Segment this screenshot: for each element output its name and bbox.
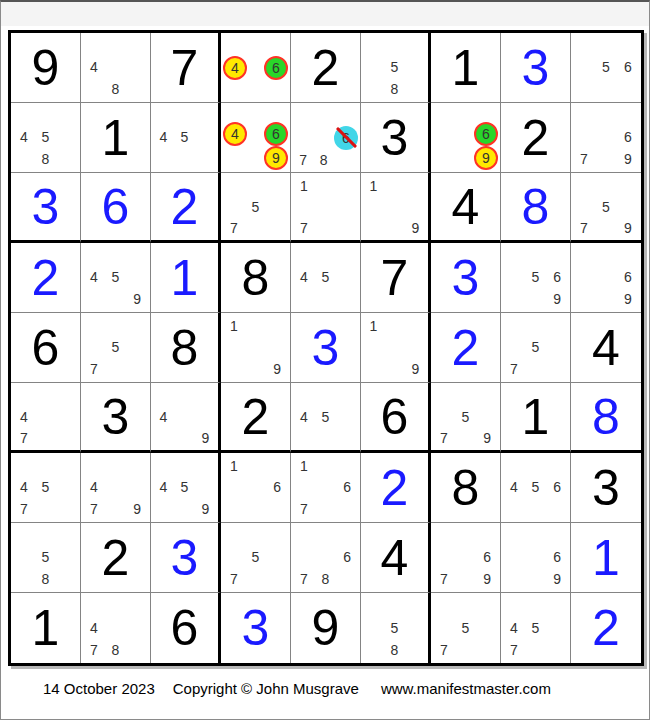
candidate-slot-9: 9 [474, 146, 498, 170]
candidate-slot-5: 5 [384, 57, 405, 79]
candidate-slot-7: 7 [223, 568, 245, 590]
cell-value: 6 [361, 383, 428, 450]
cell-r1c6[interactable]: 58 [361, 33, 431, 103]
candidate-slot-6: 6 [336, 477, 358, 499]
cell-r8c9[interactable]: 1 [571, 523, 641, 593]
candidate-grid: 469 [221, 103, 290, 172]
candidate-9: 9 [412, 220, 420, 236]
cell-value: 8 [431, 453, 500, 522]
sudoku-grid: 9487462581356458145469678369267936257171… [8, 30, 644, 666]
cell-r5c8[interactable]: 57 [501, 313, 571, 383]
cell-r8c2[interactable]: 2 [81, 523, 151, 593]
cell-r6c2[interactable]: 3 [81, 383, 151, 453]
candidate-grid: 678 [291, 523, 360, 592]
candidate-slot-5: 5 [384, 617, 405, 639]
cell-r3c2[interactable]: 6 [81, 173, 151, 243]
candidate-5: 5 [462, 620, 470, 636]
candidate-1: 1 [230, 458, 238, 474]
candidate-5: 5 [252, 199, 260, 215]
cell-r1c3[interactable]: 7 [151, 33, 221, 103]
candidate-slot-4: 4 [13, 127, 35, 149]
cell-r1c4[interactable]: 46 [221, 33, 291, 103]
cell-value: 1 [431, 33, 500, 102]
candidate-4: 4 [20, 479, 28, 495]
candidate-grid: 457 [501, 593, 570, 663]
candidate-6: 6 [624, 129, 632, 145]
cell-r8c4[interactable]: 57 [221, 523, 291, 593]
candidate-slot-4: 4 [503, 477, 525, 499]
candidate-7: 7 [90, 642, 98, 658]
candidate-slot-1: 1 [293, 175, 315, 196]
cell-value: 3 [11, 173, 80, 240]
candidate-5: 5 [42, 129, 50, 145]
cell-value: 3 [151, 523, 218, 592]
candidate-5: 5 [181, 479, 189, 495]
candidate-grid: 46 [221, 33, 290, 102]
candidate-5: 5 [532, 479, 540, 495]
candidate-6: 6 [624, 59, 632, 75]
candidate-slot-5: 5 [174, 477, 195, 499]
candidate-7: 7 [20, 430, 28, 446]
candidate-grid: 19 [361, 173, 428, 240]
cell-r4c5[interactable]: 45 [291, 243, 361, 313]
candidate-slot-7: 7 [83, 639, 105, 661]
candidate-slot-5: 5 [595, 196, 617, 217]
cell-r7c8[interactable]: 456 [501, 453, 571, 523]
candidate-slot-5: 5 [105, 337, 127, 359]
cell-r7c6[interactable]: 2 [361, 453, 431, 523]
cell-r9c2[interactable]: 478 [81, 593, 151, 663]
candidate-slot-8: 8 [35, 568, 57, 590]
candidate-slot-6: 6 [617, 57, 639, 79]
candidate-slot-1: 1 [223, 455, 245, 477]
candidate-slot-9: 9 [266, 358, 288, 380]
cell-value: 7 [151, 33, 218, 102]
candidate-slot-9: 9 [617, 217, 639, 238]
candidate-grid: 45 [291, 383, 360, 450]
candidate-7: 7 [580, 220, 588, 236]
footer-site-url: www.manifestmaster.com [381, 680, 551, 697]
cell-r9c3[interactable]: 6 [151, 593, 221, 663]
cell-value: 4 [361, 523, 428, 592]
candidate-slot-4: 4 [83, 617, 105, 639]
candidate-slot-9: 9 [476, 568, 498, 590]
candidate-slot-9: 9 [476, 427, 498, 448]
cell-r7c2[interactable]: 479 [81, 453, 151, 523]
cell-r9c7[interactable]: 57 [431, 593, 501, 663]
candidate-grid: 69 [501, 523, 570, 592]
candidate-4: 4 [90, 479, 98, 495]
candidate-9: 9 [133, 291, 141, 307]
cell-r5c5[interactable]: 3 [291, 313, 361, 383]
candidate-8: 8 [320, 152, 328, 168]
candidate-7: 7 [300, 220, 308, 236]
candidate-slot-5: 5 [315, 267, 337, 289]
candidate-slot-6: 6 [476, 547, 498, 569]
cell-r5c4[interactable]: 19 [221, 313, 291, 383]
candidate-6: 6 [343, 479, 351, 495]
cell-value: 4 [431, 173, 500, 240]
cell-r4c2[interactable]: 459 [81, 243, 151, 313]
candidate-grid: 579 [431, 383, 500, 450]
cell-r9c9[interactable]: 2 [571, 593, 641, 663]
candidate-9: 9 [482, 150, 490, 166]
candidate-slot-6: 6 [546, 477, 568, 499]
footer-copyright: Copyright © John Musgrave [173, 680, 359, 697]
candidate-grid: 48 [81, 33, 150, 102]
candidate-slot-1: 1 [363, 315, 384, 337]
candidate-slot-7: 7 [13, 498, 35, 520]
candidate-1: 1 [300, 458, 308, 474]
cell-r1c5[interactable]: 2 [291, 33, 361, 103]
cell-r8c7[interactable]: 679 [431, 523, 501, 593]
cell-value: 2 [431, 313, 500, 382]
candidate-grid: 459 [151, 453, 218, 522]
candidate-grid: 57 [431, 593, 500, 663]
candidate-slot-9: 9 [405, 358, 426, 380]
candidate-slot-5: 5 [315, 406, 337, 427]
candidate-grid: 47 [11, 383, 80, 450]
candidate-slot-6: 6 [546, 547, 568, 569]
cell-r2c2[interactable]: 1 [81, 103, 151, 173]
cell-r6c5[interactable]: 45 [291, 383, 361, 453]
cell-r2c1[interactable]: 458 [11, 103, 81, 173]
candidate-9: 9 [624, 291, 632, 307]
candidate-slot-8: 8 [105, 639, 127, 661]
candidate-9: 9 [272, 150, 280, 166]
candidate-slot-7: 7 [83, 498, 105, 520]
candidate-4: 4 [160, 409, 168, 425]
cell-r4c8[interactable]: 569 [501, 243, 571, 313]
cell-r9c8[interactable]: 457 [501, 593, 571, 663]
candidate-grid: 57 [221, 523, 290, 592]
candidate-6: 6 [553, 549, 561, 565]
cell-r2c3[interactable]: 45 [151, 103, 221, 173]
cell-r6c1[interactable]: 47 [11, 383, 81, 453]
candidate-slot-4: 4 [13, 406, 35, 427]
cell-value: 8 [151, 313, 218, 382]
candidate-6: 6 [272, 60, 280, 76]
candidate-5: 5 [112, 269, 120, 285]
candidate-7: 7 [300, 501, 308, 517]
cell-value: 8 [221, 243, 290, 312]
candidate-grid: 678 [291, 103, 360, 172]
highlight-yellow-circle: 9 [264, 146, 288, 170]
cell-r6c3[interactable]: 49 [151, 383, 221, 453]
candidate-6: 6 [342, 130, 350, 146]
cell-r1c2[interactable]: 48 [81, 33, 151, 103]
candidate-4: 4 [90, 269, 98, 285]
candidate-slot-9: 9 [126, 498, 148, 520]
candidate-slot-4: 4 [153, 406, 174, 427]
candidate-slot-4: 4 [83, 57, 105, 79]
candidate-7: 7 [299, 152, 307, 168]
cell-r6c8[interactable]: 1 [501, 383, 571, 453]
candidate-7: 7 [510, 361, 518, 377]
candidate-grid: 45 [291, 243, 360, 312]
candidate-grid: 16 [221, 453, 290, 522]
candidate-slot-4: 4 [223, 122, 247, 146]
candidate-grid: 457 [11, 453, 80, 522]
cell-r2c8[interactable]: 2 [501, 103, 571, 173]
candidate-grid: 569 [501, 243, 570, 312]
candidate-slot-5: 5 [525, 337, 547, 359]
cell-value: 1 [11, 593, 80, 663]
cell-r3c5[interactable]: 17 [291, 173, 361, 243]
candidate-grid: 17 [291, 173, 360, 240]
candidate-slot-4: 4 [13, 477, 35, 499]
candidate-4: 4 [20, 409, 28, 425]
candidate-slot-8: 8 [384, 78, 405, 100]
cell-r4c1[interactable]: 2 [11, 243, 81, 313]
candidate-grid: 679 [571, 103, 641, 172]
candidate-grid: 57 [501, 313, 570, 382]
cell-r6c7[interactable]: 579 [431, 383, 501, 453]
cell-value: 9 [11, 33, 80, 102]
candidate-grid: 478 [81, 593, 150, 663]
candidate-7: 7 [90, 501, 98, 517]
cell-r3c4[interactable]: 57 [221, 173, 291, 243]
cell-r2c7[interactable]: 69 [431, 103, 501, 173]
candidate-slot-9: 9 [126, 288, 148, 310]
cell-r2c9[interactable]: 679 [571, 103, 641, 173]
cell-r4c4[interactable]: 8 [221, 243, 291, 313]
cell-value: 7 [361, 243, 428, 312]
candidate-5: 5 [391, 620, 399, 636]
cell-r6c4[interactable]: 2 [221, 383, 291, 453]
cell-value: 9 [291, 593, 360, 663]
highlight-yellow-circle: 9 [474, 146, 498, 170]
cell-r1c8[interactable]: 3 [501, 33, 571, 103]
cell-r3c7[interactable]: 4 [431, 173, 501, 243]
cell-r9c1[interactable]: 1 [11, 593, 81, 663]
cell-r3c6[interactable]: 19 [361, 173, 431, 243]
cell-value: 3 [431, 243, 500, 312]
candidate-slot-8: 8 [314, 150, 335, 171]
cell-r2c4[interactable]: 469 [221, 103, 291, 173]
candidate-slot-7: 7 [293, 217, 315, 238]
candidate-slot-6: 6 [334, 126, 358, 150]
cell-r5c2[interactable]: 57 [81, 313, 151, 383]
cell-r9c6[interactable]: 58 [361, 593, 431, 663]
candidate-6: 6 [273, 479, 281, 495]
cell-r7c9[interactable]: 3 [571, 453, 641, 523]
cell-r1c7[interactable]: 1 [431, 33, 501, 103]
candidate-slot-6: 6 [617, 127, 639, 149]
cell-r3c3[interactable]: 2 [151, 173, 221, 243]
cell-value: 2 [151, 173, 218, 240]
candidate-grid: 57 [221, 173, 290, 240]
candidate-1: 1 [370, 318, 378, 334]
candidate-slot-8: 8 [35, 148, 57, 170]
cell-r6c6[interactable]: 6 [361, 383, 431, 453]
cell-value: 2 [81, 523, 150, 592]
candidate-slot-7: 7 [223, 217, 245, 238]
cell-r4c3[interactable]: 1 [151, 243, 221, 313]
candidate-slot-9: 9 [195, 498, 216, 520]
cell-r5c6[interactable]: 19 [361, 313, 431, 383]
candidate-4: 4 [510, 479, 518, 495]
candidate-slot-7: 7 [573, 148, 595, 170]
cell-r9c5[interactable]: 9 [291, 593, 361, 663]
cell-r5c7[interactable]: 2 [431, 313, 501, 383]
candidate-8: 8 [391, 642, 399, 658]
cell-r7c4[interactable]: 16 [221, 453, 291, 523]
candidate-8: 8 [322, 571, 330, 587]
cell-r3c9[interactable]: 579 [571, 173, 641, 243]
candidate-slot-9: 9 [617, 148, 639, 170]
candidate-grid: 69 [571, 243, 641, 312]
candidate-5: 5 [532, 620, 540, 636]
candidate-slot-1: 1 [223, 315, 245, 337]
cell-r8c5[interactable]: 678 [291, 523, 361, 593]
highlight-green-circle: 6 [264, 122, 288, 146]
candidate-slot-5: 5 [174, 127, 195, 149]
candidate-grid: 579 [571, 173, 641, 240]
candidate-7: 7 [230, 571, 238, 587]
candidate-slot-9: 9 [195, 427, 216, 448]
candidate-slot-7: 7 [433, 568, 455, 590]
highlight-yellow-circle: 4 [223, 56, 247, 80]
cell-r2c6[interactable]: 3 [361, 103, 431, 173]
candidate-4: 4 [300, 269, 308, 285]
cell-r6c9[interactable]: 8 [571, 383, 641, 453]
candidate-slot-9: 9 [405, 217, 426, 238]
candidate-slot-5: 5 [525, 267, 547, 289]
cell-value: 2 [501, 103, 570, 172]
candidate-slot-9: 9 [617, 288, 639, 310]
cell-r5c3[interactable]: 8 [151, 313, 221, 383]
candidate-9: 9 [624, 151, 632, 167]
candidate-8: 8 [42, 571, 50, 587]
cell-r8c1[interactable]: 58 [11, 523, 81, 593]
cell-r4c6[interactable]: 7 [361, 243, 431, 313]
candidate-6: 6 [624, 269, 632, 285]
candidate-slot-4: 4 [83, 477, 105, 499]
candidate-slot-6: 6 [264, 56, 288, 80]
cell-value: 2 [571, 593, 641, 663]
candidate-4: 4 [160, 479, 168, 495]
cell-r3c1[interactable]: 3 [11, 173, 81, 243]
candidate-9: 9 [553, 291, 561, 307]
cell-r7c3[interactable]: 459 [151, 453, 221, 523]
candidate-slot-4: 4 [223, 56, 247, 80]
cell-r7c1[interactable]: 457 [11, 453, 81, 523]
footer: 14 October 2023Copyright © John Musgrave… [43, 680, 551, 697]
candidate-slot-6: 6 [546, 267, 568, 289]
candidate-7: 7 [580, 151, 588, 167]
candidate-5: 5 [252, 549, 260, 565]
cell-r4c9[interactable]: 69 [571, 243, 641, 313]
candidate-6: 6 [272, 126, 280, 142]
candidate-8: 8 [391, 81, 399, 97]
cell-r7c7[interactable]: 8 [431, 453, 501, 523]
candidate-slot-4: 4 [293, 267, 315, 289]
candidate-4: 4 [231, 60, 239, 76]
cell-value: 6 [11, 313, 80, 382]
candidate-slot-4: 4 [153, 127, 174, 149]
candidate-6: 6 [553, 269, 561, 285]
cell-r3c8[interactable]: 8 [501, 173, 571, 243]
candidate-7: 7 [20, 501, 28, 517]
candidate-9: 9 [412, 361, 420, 377]
candidate-grid: 56 [571, 33, 641, 102]
candidate-slot-9: 9 [546, 288, 568, 310]
cell-value: 3 [81, 383, 150, 450]
candidate-5: 5 [322, 409, 330, 425]
candidate-slot-6: 6 [336, 547, 358, 569]
candidate-slot-1: 1 [293, 455, 315, 477]
cell-r1c1[interactable]: 9 [11, 33, 81, 103]
candidate-grid: 69 [431, 103, 500, 172]
cell-r5c1[interactable]: 6 [11, 313, 81, 383]
candidate-grid: 459 [81, 243, 150, 312]
candidate-5: 5 [532, 339, 540, 355]
candidate-slot-7: 7 [503, 358, 525, 380]
candidate-slot-7: 7 [433, 427, 455, 448]
cell-r8c6[interactable]: 4 [361, 523, 431, 593]
candidate-7: 7 [230, 220, 238, 236]
cell-r2c5[interactable]: 678 [291, 103, 361, 173]
candidate-slot-4: 4 [293, 406, 315, 427]
candidate-7: 7 [440, 642, 448, 658]
candidate-6: 6 [483, 549, 491, 565]
candidate-grid: 58 [361, 593, 428, 663]
candidate-grid: 57 [81, 313, 150, 382]
cell-r5c9[interactable]: 4 [571, 313, 641, 383]
candidate-slot-5: 5 [35, 127, 57, 149]
candidate-5: 5 [391, 59, 399, 75]
candidate-slot-5: 5 [105, 267, 127, 289]
candidate-slot-5: 5 [455, 617, 477, 639]
candidate-4: 4 [20, 129, 28, 145]
candidate-grid: 479 [81, 453, 150, 522]
candidate-slot-6: 6 [264, 122, 288, 146]
candidate-7: 7 [300, 571, 308, 587]
candidate-5: 5 [532, 269, 540, 285]
candidate-9: 9 [133, 501, 141, 517]
candidate-slot-7: 7 [503, 639, 525, 661]
cell-value: 6 [151, 593, 218, 663]
candidate-grid: 58 [11, 523, 80, 592]
candidate-1: 1 [230, 318, 238, 334]
candidate-grid: 456 [501, 453, 570, 522]
cell-value: 1 [501, 383, 570, 450]
cell-value: 3 [291, 313, 360, 382]
candidate-5: 5 [462, 409, 470, 425]
cell-r8c3[interactable]: 3 [151, 523, 221, 593]
candidate-slot-7: 7 [293, 150, 314, 171]
candidate-slot-5: 5 [525, 477, 547, 499]
highlight-green-circle: 6 [474, 122, 498, 146]
candidate-grid: 19 [221, 313, 290, 382]
cell-r8c8[interactable]: 69 [501, 523, 571, 593]
candidate-5: 5 [112, 339, 120, 355]
candidate-grid: 679 [431, 523, 500, 592]
highlight-cyan-circle-struck: 6 [334, 126, 358, 150]
candidate-4: 4 [90, 620, 98, 636]
candidate-7: 7 [90, 361, 98, 377]
candidate-9: 9 [553, 571, 561, 587]
window-top-strip [1, 2, 649, 26]
candidate-6: 6 [482, 126, 490, 142]
cell-r7c5[interactable]: 167 [291, 453, 361, 523]
candidate-slot-5: 5 [245, 196, 267, 217]
cell-r1c9[interactable]: 56 [571, 33, 641, 103]
cell-r9c4[interactable]: 3 [221, 593, 291, 663]
cell-r4c7[interactable]: 3 [431, 243, 501, 313]
candidate-slot-8: 8 [384, 639, 405, 661]
